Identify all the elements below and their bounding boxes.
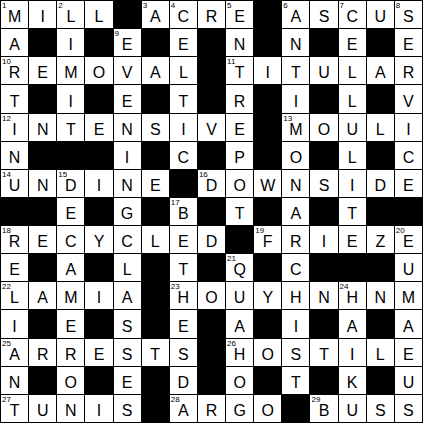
letter-cell-r3c14[interactable]: A [367,57,394,84]
letter-cell-r4c15[interactable]: V [395,85,422,112]
cell-letter: S [122,319,133,338]
black-cell [29,198,56,225]
letter-cell-r9c12[interactable]: I [310,226,337,253]
letter-cell-r12c5[interactable]: S [114,310,141,337]
letter-cell-r7c10[interactable]: W [254,170,281,197]
letter-cell-r10c9[interactable]: 21Q [226,254,253,281]
letter-cell-r7c6[interactable]: E [142,170,169,197]
letter-cell-r9c14[interactable]: Z [367,226,394,253]
letter-cell-r8c11[interactable]: A [282,198,309,225]
black-cell [310,254,337,281]
letter-cell-r13c5[interactable]: S [114,339,141,366]
cell-letter: I [69,94,73,113]
cell-letter: I [181,122,185,141]
letter-cell-r10c1[interactable]: E [1,254,28,281]
cell-letter: U [346,122,358,141]
cell-letter: N [375,290,387,309]
letter-cell-r9c13[interactable]: E [339,226,366,253]
letter-cell-r12c13[interactable]: A [339,310,366,337]
clue-number: 23 [171,282,180,291]
cell-letter: I [350,347,354,366]
letter-cell-r13c11[interactable]: S [282,339,309,366]
cell-letter: O [262,347,274,366]
letter-cell-r7c8[interactable]: 16D [198,170,225,197]
clue-number: 19 [255,226,264,235]
clue-number: 8 [396,1,400,10]
letter-cell-r10c3[interactable]: A [57,254,84,281]
black-cell [57,142,84,169]
cell-letter: I [322,234,326,253]
cell-letter: W [260,178,275,197]
black-cell [310,310,337,337]
letter-cell-r3c13[interactable]: L [339,57,366,84]
letter-cell-r11c12[interactable]: N [310,282,337,309]
clue-number: 18 [2,226,11,235]
letter-cell-r4c13[interactable]: L [339,85,366,112]
cell-letter: G [233,403,245,422]
cell-letter: L [376,122,385,141]
cell-letter: C [290,262,302,281]
letter-cell-r9c11[interactable]: R [282,226,309,253]
letter-cell-r9c2[interactable]: E [29,226,56,253]
black-cell [395,198,422,225]
letter-cell-r11c11[interactable]: H [282,282,309,309]
clue-number: 3 [143,1,147,10]
letter-cell-r5c4[interactable]: E [85,114,112,141]
letter-cell-r9c6[interactable]: L [142,226,169,253]
cell-letter: L [151,234,160,253]
letter-cell-r2c5[interactable]: 9E [114,29,141,56]
cell-letter: L [123,262,132,281]
cell-letter: I [97,403,101,422]
cell-letter: E [65,206,76,225]
letter-cell-r1c8[interactable]: R [198,1,225,28]
cell-letter: K [347,375,358,394]
letter-cell-r8c9[interactable]: T [226,198,253,225]
letter-cell-r7c3[interactable]: 15D [57,170,84,197]
letter-cell-r15c10[interactable]: O [254,395,281,422]
letter-cell-r14c7[interactable]: D [170,367,197,394]
letter-cell-r1c4[interactable]: L [85,1,112,28]
cell-letter: U [318,65,330,84]
cell-letter: V [206,122,217,141]
letter-cell-r8c7[interactable]: 17B [170,198,197,225]
letter-cell-r6c1[interactable]: N [1,142,28,169]
cell-letter: E [403,234,414,253]
letter-cell-r11c15[interactable]: M [395,282,422,309]
cell-letter: C [403,150,415,169]
cell-letter: E [347,37,358,56]
letter-cell-r1c1[interactable]: 1M [1,1,28,28]
black-cell [198,367,225,394]
cell-letter: H [290,290,302,309]
letter-cell-r3c7[interactable]: L [170,57,197,84]
letter-cell-r4c1[interactable]: T [1,85,28,112]
clue-number: 21 [227,254,236,263]
clue-number: 4 [171,1,175,10]
letter-cell-r15c7[interactable]: 28A [170,395,197,422]
letter-cell-r9c8[interactable]: D [198,226,225,253]
cell-letter: A [291,206,302,225]
letter-cell-r6c7[interactable]: C [170,142,197,169]
letter-cell-r15c9[interactable]: G [226,395,253,422]
cell-letter: S [319,9,330,28]
black-cell [85,29,112,56]
cell-letter: T [178,94,188,113]
letter-cell-r2c7[interactable]: E [170,29,197,56]
letter-cell-r11c3[interactable]: M [57,282,84,309]
letter-cell-r9c7[interactable]: E [170,226,197,253]
black-cell [198,254,225,281]
black-cell [1,198,28,225]
black-cell [142,367,169,394]
letter-cell-r7c15[interactable]: E [395,170,422,197]
letter-cell-r15c15[interactable]: S [395,395,422,422]
letter-cell-r13c2[interactable]: R [29,339,56,366]
letter-cell-r5c5[interactable]: N [114,114,141,141]
letter-cell-r4c11[interactable]: I [282,85,309,112]
letter-cell-r7c4[interactable]: I [85,170,112,197]
cell-letter: D [206,178,218,197]
letter-cell-r10c7[interactable]: T [170,254,197,281]
letter-cell-r11c4[interactable]: I [85,282,112,309]
letter-cell-r3c1[interactable]: 10R [1,57,28,84]
letter-cell-r3c4[interactable]: O [85,57,112,84]
clue-number: 24 [340,282,349,291]
letter-cell-r9c4[interactable]: Y [85,226,112,253]
letter-cell-r7c9[interactable]: O [226,170,253,197]
letter-cell-r12c1[interactable]: I [1,310,28,337]
letter-cell-r6c9[interactable]: P [226,142,253,169]
cell-letter: I [97,290,101,309]
clue-number: 2 [58,1,62,10]
letter-cell-r14c9[interactable]: O [226,367,253,394]
letter-cell-r8c13[interactable]: T [339,198,366,225]
letter-cell-r10c5[interactable]: L [114,254,141,281]
cell-letter: M [64,290,77,309]
cell-letter: E [37,65,48,84]
letter-cell-r11c2[interactable]: A [29,282,56,309]
letter-cell-r13c10[interactable]: O [254,339,281,366]
letter-cell-r7c2[interactable]: N [29,170,56,197]
letter-cell-r5c6[interactable]: S [142,114,169,141]
letter-cell-r10c15[interactable]: U [395,254,422,281]
letter-cell-r5c13[interactable]: U [339,114,366,141]
letter-cell-r6c13[interactable]: L [339,142,366,169]
cell-letter: I [294,319,298,338]
cell-letter: N [9,375,21,394]
letter-cell-r15c4[interactable]: I [85,395,112,422]
black-cell [85,367,112,394]
black-cell [310,29,337,56]
letter-cell-r2c15[interactable]: E [395,29,422,56]
cell-letter: R [9,234,21,253]
black-cell [310,85,337,112]
letter-cell-r7c11[interactable]: N [282,170,309,197]
cell-letter: R [403,65,415,84]
letter-cell-r11c1[interactable]: 22L [1,282,28,309]
cell-letter: T [10,403,20,422]
black-cell [367,142,394,169]
letter-cell-r5c3[interactable]: T [57,114,84,141]
letter-cell-r11c10[interactable]: Y [254,282,281,309]
cell-letter: E [65,319,76,338]
letter-cell-r14c3[interactable]: O [57,367,84,394]
letter-cell-r4c7[interactable]: T [170,85,197,112]
cell-letter: M [289,122,302,141]
black-cell [85,198,112,225]
letter-cell-r7c14[interactable]: D [367,170,394,197]
cell-letter: S [150,122,161,141]
letter-cell-r7c12[interactable]: S [310,170,337,197]
black-cell [339,254,366,281]
letter-cell-r2c3[interactable]: I [57,29,84,56]
black-cell [142,142,169,169]
cell-letter: M [64,65,77,84]
cell-letter: L [348,65,357,84]
letter-cell-r4c5[interactable]: E [114,85,141,112]
letter-cell-r6c11[interactable]: O [282,142,309,169]
letter-cell-r5c2[interactable]: N [29,114,56,141]
black-cell [254,142,281,169]
letter-cell-r5c9[interactable]: E [226,114,253,141]
black-cell [282,395,309,422]
black-cell [142,198,169,225]
cell-letter: O [233,178,245,197]
cell-letter: D [375,178,387,197]
letter-cell-r11c13[interactable]: 24H [339,282,366,309]
letter-cell-r1c13[interactable]: 7C [339,1,366,28]
cell-letter: C [346,9,358,28]
cell-letter: A [9,37,20,56]
letter-cell-r7c1[interactable]: 14U [1,170,28,197]
cell-letter: R [65,347,77,366]
letter-cell-r11c8[interactable]: O [198,282,225,309]
cell-letter: S [122,403,133,422]
letter-cell-r9c15[interactable]: 20E [395,226,422,253]
black-cell [198,29,225,56]
letter-cell-r10c11[interactable]: C [282,254,309,281]
cell-letter: R [206,403,218,422]
letter-cell-r1c6[interactable]: 3A [142,1,169,28]
letter-cell-r14c11[interactable]: T [282,367,309,394]
letter-cell-r15c13[interactable]: U [339,395,366,422]
letter-cell-r13c12[interactable]: T [310,339,337,366]
cell-letter: O [93,65,105,84]
letter-cell-r3c10[interactable]: I [254,57,281,84]
letter-cell-r1c7[interactable]: 4C [170,1,197,28]
letter-cell-r3c9[interactable]: 11T [226,57,253,84]
black-cell [85,254,112,281]
letter-cell-r15c8[interactable]: R [198,395,225,422]
letter-cell-r5c11[interactable]: 13M [282,114,309,141]
cell-letter: E [403,37,414,56]
clue-number: 7 [340,1,344,10]
letter-cell-r1c12[interactable]: S [310,1,337,28]
cell-letter: S [122,347,133,366]
cell-letter: G [121,206,133,225]
black-cell [367,85,394,112]
black-cell [170,170,197,197]
cell-letter: I [294,94,298,113]
letter-cell-r14c13[interactable]: K [339,367,366,394]
letter-cell-r15c12[interactable]: 29B [310,395,337,422]
cell-letter: L [66,9,75,28]
cell-letter: N [234,37,246,56]
cell-letter: S [403,9,414,28]
cell-letter: C [65,234,77,253]
cell-letter: U [234,290,246,309]
letter-cell-r13c1[interactable]: 25A [1,339,28,366]
letter-cell-r3c2[interactable]: E [29,57,56,84]
letter-cell-r15c3[interactable]: N [57,395,84,422]
letter-cell-r13c15[interactable]: E [395,339,422,366]
letter-cell-r8c3[interactable]: E [57,198,84,225]
letter-cell-r11c9[interactable]: U [226,282,253,309]
letter-cell-r11c7[interactable]: 23H [170,282,197,309]
letter-cell-r3c5[interactable]: V [114,57,141,84]
cell-letter: N [37,122,49,141]
letter-cell-r5c12[interactable]: O [310,114,337,141]
letter-cell-r5c8[interactable]: V [198,114,225,141]
letter-cell-r3c12[interactable]: U [310,57,337,84]
cell-letter: T [150,347,160,366]
letter-cell-r13c4[interactable]: E [85,339,112,366]
letter-cell-r3c15[interactable]: R [395,57,422,84]
letter-cell-r3c11[interactable]: T [282,57,309,84]
letter-cell-r13c6[interactable]: T [142,339,169,366]
cell-letter: C [178,9,190,28]
clue-number: 29 [311,395,320,404]
letter-cell-r1c14[interactable]: U [367,1,394,28]
letter-cell-r5c15[interactable]: I [395,114,422,141]
letter-cell-r12c3[interactable]: E [57,310,84,337]
black-cell [367,29,394,56]
letter-cell-r1c3[interactable]: 2L [57,1,84,28]
letter-cell-r7c5[interactable]: N [114,170,141,197]
letter-cell-r7c13[interactable]: I [339,170,366,197]
letter-cell-r1c11[interactable]: 6A [282,1,309,28]
letter-cell-r5c1[interactable]: 12I [1,114,28,141]
letter-cell-r9c1[interactable]: 18R [1,226,28,253]
letter-cell-r14c15[interactable]: U [395,367,422,394]
letter-cell-r14c5[interactable]: E [114,367,141,394]
clue-number: 17 [171,198,180,207]
cell-letter: T [291,65,301,84]
cell-letter: E [122,94,133,113]
letter-cell-r13c9[interactable]: 26H [226,339,253,366]
letter-cell-r1c9[interactable]: 5E [226,1,253,28]
cell-letter: A [375,65,386,84]
letter-cell-r2c13[interactable]: E [339,29,366,56]
letter-cell-r15c1[interactable]: 27T [1,395,28,422]
cell-letter: M [402,290,415,309]
cell-letter: I [12,319,16,338]
letter-cell-r6c5[interactable]: I [114,142,141,169]
letter-cell-r15c14[interactable]: S [367,395,394,422]
cell-letter: E [178,37,189,56]
letter-cell-r9c3[interactable]: C [57,226,84,253]
cell-letter: N [290,37,302,56]
cell-letter: A [403,319,414,338]
cell-letter: L [95,9,104,28]
cell-letter: O [205,290,217,309]
letter-cell-r5c14[interactable]: L [367,114,394,141]
cell-letter: S [375,403,386,422]
letter-cell-r13c7[interactable]: S [170,339,197,366]
letter-cell-r13c13[interactable]: I [339,339,366,366]
letter-cell-r11c5[interactable]: A [114,282,141,309]
cell-letter: T [10,94,20,113]
cell-letter: A [150,65,161,84]
cell-letter: H [234,347,246,366]
cell-letter: E [178,234,189,253]
letter-cell-r5c7[interactable]: I [170,114,197,141]
letter-cell-r12c15[interactable]: A [395,310,422,337]
letter-cell-r8c5[interactable]: G [114,198,141,225]
letter-cell-r4c9[interactable]: R [226,85,253,112]
letter-cell-r9c5[interactable]: C [114,226,141,253]
black-cell [367,198,394,225]
letter-cell-r12c11[interactable]: I [282,310,309,337]
letter-cell-r12c7[interactable]: E [170,310,197,337]
cell-letter: A [9,347,20,366]
cell-letter: Z [375,234,385,253]
letter-cell-r2c1[interactable]: A [1,29,28,56]
black-cell [310,198,337,225]
letter-cell-r3c6[interactable]: A [142,57,169,84]
cell-letter: A [37,290,48,309]
letter-cell-r11c14[interactable]: N [367,282,394,309]
letter-cell-r2c9[interactable]: N [226,29,253,56]
black-cell [85,85,112,112]
cell-letter: O [318,122,330,141]
letter-cell-r15c2[interactable]: U [29,395,56,422]
black-cell [367,254,394,281]
letter-cell-r12c9[interactable]: A [226,310,253,337]
cell-letter: E [234,122,245,141]
cell-letter: U [403,375,415,394]
letter-cell-r13c14[interactable]: L [367,339,394,366]
black-cell [29,85,56,112]
letter-cell-r15c5[interactable]: S [114,395,141,422]
black-cell [226,226,253,253]
black-cell [114,1,141,28]
letter-cell-r2c11[interactable]: N [282,29,309,56]
cell-letter: B [178,206,189,225]
cell-letter: E [94,122,105,141]
letter-cell-r1c15[interactable]: 8S [395,1,422,28]
cell-letter: V [122,65,133,84]
letter-cell-r3c3[interactable]: M [57,57,84,84]
cell-letter: A [150,9,161,28]
cell-letter: U [375,9,387,28]
cell-letter: S [291,347,302,366]
cell-letter: D [178,375,190,394]
letter-cell-r14c1[interactable]: N [1,367,28,394]
letter-cell-r13c3[interactable]: R [57,339,84,366]
letter-cell-r4c3[interactable]: I [57,85,84,112]
letter-cell-r1c2[interactable]: I [29,1,56,28]
cell-letter: U [403,262,415,281]
cell-letter: S [319,178,330,197]
black-cell [254,85,281,112]
black-cell [254,254,281,281]
cell-letter: A [122,290,133,309]
letter-cell-r6c15[interactable]: C [395,142,422,169]
cell-letter: N [9,150,21,169]
letter-cell-r9c10[interactable]: 19F [254,226,281,253]
